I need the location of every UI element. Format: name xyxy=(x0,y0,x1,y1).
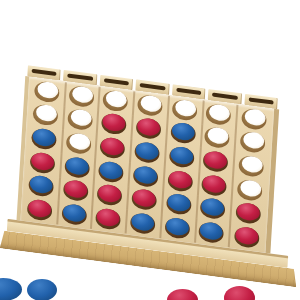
hole-r4c6[interactable] xyxy=(201,174,227,197)
red-disc xyxy=(132,189,156,209)
hole-r3c4[interactable] xyxy=(134,141,160,164)
hole-r2c1[interactable] xyxy=(32,104,58,127)
hole-r3c7[interactable] xyxy=(238,155,264,178)
cell-r6c3 xyxy=(90,205,128,233)
red-disc xyxy=(204,150,228,170)
hole-r1c1[interactable] xyxy=(34,80,60,103)
loose-red-disc[interactable] xyxy=(167,289,198,300)
blue-disc xyxy=(200,221,224,241)
hole-r6c3[interactable] xyxy=(95,208,121,231)
hole-r1c4[interactable] xyxy=(137,94,163,117)
hole-r2c5[interactable] xyxy=(170,122,196,145)
hole-r6c7[interactable] xyxy=(234,226,260,249)
loose-red-disc[interactable] xyxy=(224,286,255,300)
hole-r4c4[interactable] xyxy=(133,165,159,188)
cell-r6c6 xyxy=(194,219,232,247)
hole-r2c7[interactable] xyxy=(240,131,266,154)
empty-hole-light xyxy=(243,132,265,151)
red-disc xyxy=(203,174,227,194)
blue-disc xyxy=(99,160,123,180)
hole-r2c2[interactable] xyxy=(67,108,93,131)
loose-blue-disc[interactable] xyxy=(27,279,57,300)
hole-r1c7[interactable] xyxy=(241,107,267,130)
blue-disc xyxy=(171,122,195,142)
blue-disc xyxy=(134,165,158,185)
empty-hole-light xyxy=(68,132,90,151)
cell-r6c1 xyxy=(22,196,60,224)
hole-r3c3[interactable] xyxy=(100,137,126,160)
red-disc xyxy=(96,208,120,228)
empty-hole-light xyxy=(244,108,266,127)
hole-r5c6[interactable] xyxy=(200,197,226,220)
cell-r6c5 xyxy=(159,214,197,242)
hole-r3c6[interactable] xyxy=(203,150,229,173)
hole-r5c1[interactable] xyxy=(28,175,54,198)
cell-r6c4 xyxy=(125,210,163,238)
hole-r5c4[interactable] xyxy=(131,188,157,211)
red-disc xyxy=(63,179,87,199)
blue-disc xyxy=(201,198,225,218)
hole-r4c1[interactable] xyxy=(29,151,55,174)
empty-hole-light xyxy=(37,81,59,100)
blue-disc xyxy=(135,141,159,161)
blue-disc xyxy=(32,128,56,148)
connect-four-set xyxy=(15,65,280,284)
blue-disc xyxy=(62,203,86,223)
red-disc xyxy=(168,169,192,189)
red-disc xyxy=(102,113,126,133)
hole-r2c4[interactable] xyxy=(135,117,161,140)
hole-r6c5[interactable] xyxy=(164,217,190,240)
cell-r6c7 xyxy=(229,223,265,251)
red-disc xyxy=(31,151,55,171)
red-disc xyxy=(28,199,52,219)
hole-r1c5[interactable] xyxy=(171,98,197,121)
empty-hole-light xyxy=(209,103,231,122)
empty-hole-light xyxy=(35,104,57,123)
blue-disc xyxy=(167,193,191,213)
hole-r6c2[interactable] xyxy=(61,203,87,226)
red-disc xyxy=(101,137,125,157)
red-disc xyxy=(237,202,261,222)
hole-r6c4[interactable] xyxy=(130,212,156,235)
empty-hole-light xyxy=(208,127,230,146)
empty-hole-light xyxy=(240,179,262,198)
hole-r1c3[interactable] xyxy=(103,89,129,112)
empty-hole-light xyxy=(242,155,264,174)
empty-hole-light xyxy=(70,109,92,128)
hole-r5c7[interactable] xyxy=(235,202,261,225)
cell-r6c2 xyxy=(56,201,94,229)
blue-disc xyxy=(29,175,53,195)
empty-hole-light xyxy=(175,99,197,118)
hole-r3c5[interactable] xyxy=(168,146,194,169)
hole-r4c2[interactable] xyxy=(64,156,90,179)
red-disc xyxy=(235,226,259,246)
blue-disc xyxy=(131,212,155,232)
blue-disc xyxy=(165,217,189,237)
hole-r3c2[interactable] xyxy=(65,132,91,155)
empty-hole-light xyxy=(140,94,162,113)
hole-r5c5[interactable] xyxy=(166,193,192,216)
hole-r2c3[interactable] xyxy=(101,113,127,136)
hole-r3c1[interactable] xyxy=(31,127,57,150)
hole-r1c2[interactable] xyxy=(68,85,94,108)
red-disc xyxy=(98,184,122,204)
red-disc xyxy=(137,118,161,138)
hole-r5c2[interactable] xyxy=(62,179,88,202)
hole-r2c6[interactable] xyxy=(204,126,230,149)
hole-r4c7[interactable] xyxy=(237,178,263,201)
blue-disc xyxy=(170,146,194,166)
hole-r6c1[interactable] xyxy=(26,199,52,222)
hole-r4c3[interactable] xyxy=(98,160,124,183)
photo-stage xyxy=(0,0,300,300)
hole-r5c3[interactable] xyxy=(97,184,123,207)
hole-r1c6[interactable] xyxy=(206,103,232,126)
loose-blue-disc[interactable] xyxy=(0,278,22,300)
empty-hole-light xyxy=(106,90,128,109)
blue-disc xyxy=(65,156,89,176)
empty-hole-light xyxy=(71,85,93,104)
hole-r6c6[interactable] xyxy=(199,221,225,244)
hole-r4c5[interactable] xyxy=(167,169,193,192)
